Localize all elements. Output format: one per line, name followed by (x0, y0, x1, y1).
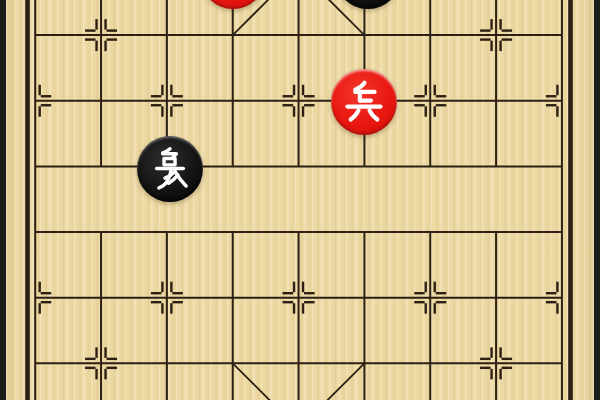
board-wood-background (6, 0, 594, 400)
page-edge-right (594, 0, 600, 400)
piece-red-soldier[interactable] (331, 69, 397, 135)
page-edge-left (0, 0, 6, 400)
black-elephant-glyph (147, 146, 193, 192)
app-viewport (0, 0, 600, 400)
piece-black-elephant[interactable] (137, 136, 203, 202)
red-soldier-glyph (341, 79, 387, 125)
